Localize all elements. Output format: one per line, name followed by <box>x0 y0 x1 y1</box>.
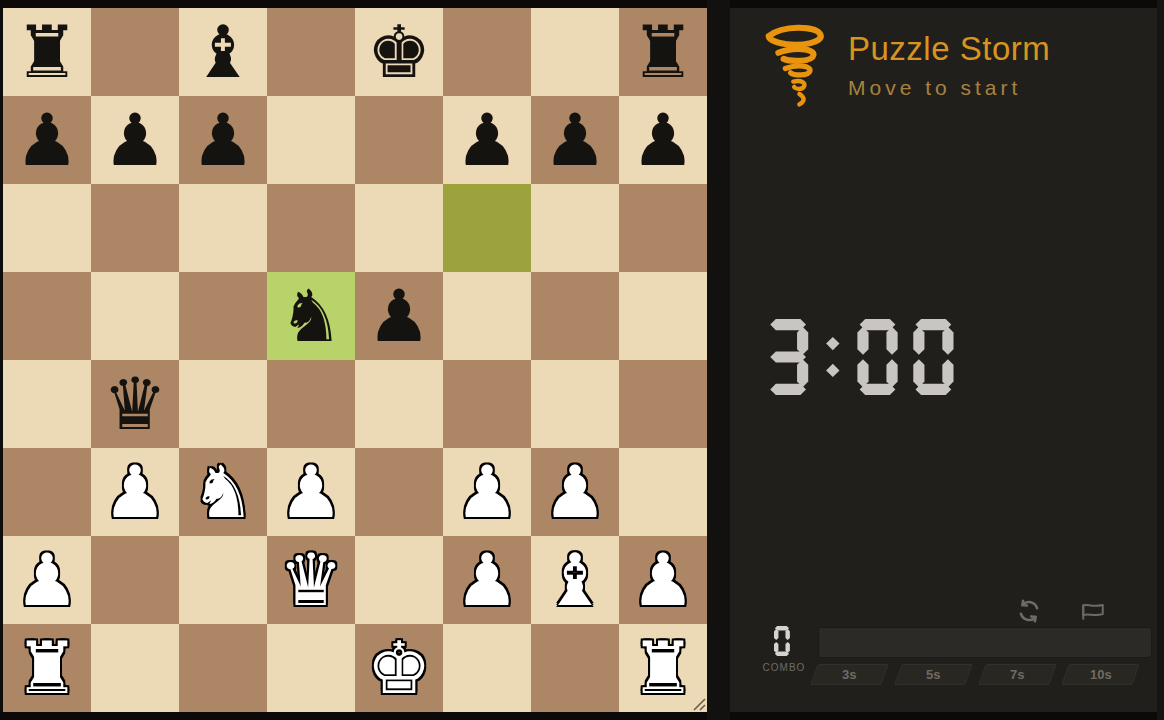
square-c3[interactable]: ♞ <box>179 448 267 536</box>
board-resize-handle[interactable] <box>693 698 706 711</box>
square-d5[interactable]: ♞ <box>267 272 355 360</box>
side-panel: Puzzle Storm Move to start COMBO 3s 5s 7… <box>730 8 1157 712</box>
piece-black-pawn[interactable]: ♟ <box>631 96 696 184</box>
piece-white-king[interactable]: ♚ <box>367 624 432 712</box>
flag-icon[interactable] <box>1080 599 1106 625</box>
square-b3[interactable]: ♟ <box>91 448 179 536</box>
square-e4[interactable] <box>355 360 443 448</box>
page-title: Puzzle Storm <box>848 30 1050 68</box>
square-a2[interactable]: ♟ <box>3 536 91 624</box>
square-e2[interactable] <box>355 536 443 624</box>
square-e1[interactable]: ♚ <box>355 624 443 712</box>
tornado-icon <box>760 22 830 108</box>
square-d6[interactable] <box>267 184 355 272</box>
square-c2[interactable] <box>179 536 267 624</box>
piece-white-pawn[interactable]: ♟ <box>631 536 696 624</box>
storm-header: Puzzle Storm Move to start <box>760 22 1050 108</box>
piece-black-pawn[interactable]: ♟ <box>191 96 256 184</box>
square-f1[interactable] <box>443 624 531 712</box>
piece-white-knight[interactable]: ♞ <box>191 448 256 536</box>
status-text: Move to start <box>848 76 1050 100</box>
square-c5[interactable] <box>179 272 267 360</box>
reload-icon[interactable] <box>1016 598 1042 624</box>
piece-white-pawn[interactable]: ♟ <box>543 448 608 536</box>
combo-counter <box>774 626 790 660</box>
square-g3[interactable]: ♟ <box>531 448 619 536</box>
piece-white-queen[interactable]: ♛ <box>279 536 344 624</box>
square-a7[interactable]: ♟ <box>3 96 91 184</box>
square-e3[interactable] <box>355 448 443 536</box>
top-letterbox <box>0 0 1164 8</box>
piece-black-rook[interactable]: ♜ <box>631 8 696 96</box>
square-a1[interactable]: ♜ <box>3 624 91 712</box>
square-f3[interactable]: ♟ <box>443 448 531 536</box>
square-g5[interactable] <box>531 272 619 360</box>
square-d4[interactable] <box>267 360 355 448</box>
chess-board-grid: ♜♝♚♜♟♟♟♟♟♟♞♟♛♟♞♟♟♟♟♛♟♝♟♜♚♜ <box>3 8 707 712</box>
bonus-3s: 3s <box>810 664 888 685</box>
chess-board: ♜♝♚♜♟♟♟♟♟♟♞♟♛♟♞♟♟♟♟♛♟♝♟♜♚♜ <box>3 8 707 712</box>
square-a6[interactable] <box>3 184 91 272</box>
piece-black-king[interactable]: ♚ <box>367 8 432 96</box>
square-h2[interactable]: ♟ <box>619 536 707 624</box>
square-b1[interactable] <box>91 624 179 712</box>
square-g2[interactable]: ♝ <box>531 536 619 624</box>
board-panel-gutter <box>707 0 730 720</box>
square-c6[interactable] <box>179 184 267 272</box>
square-c4[interactable] <box>179 360 267 448</box>
square-f4[interactable] <box>443 360 531 448</box>
piece-white-pawn[interactable]: ♟ <box>455 536 520 624</box>
square-f5[interactable] <box>443 272 531 360</box>
square-g6[interactable] <box>531 184 619 272</box>
bonus-10s: 10s <box>1061 664 1139 685</box>
piece-white-pawn[interactable]: ♟ <box>455 448 520 536</box>
puzzle-storm-screen: ♜♝♚♜♟♟♟♟♟♟♞♟♛♟♞♟♟♟♟♛♟♝♟♜♚♜ Puzzle Storm … <box>0 0 1164 720</box>
square-e8[interactable]: ♚ <box>355 8 443 96</box>
square-h6[interactable] <box>619 184 707 272</box>
bonus-7s: 7s <box>978 664 1056 685</box>
combo-label: COMBO <box>748 662 820 673</box>
piece-black-pawn[interactable]: ♟ <box>367 272 432 360</box>
square-c8[interactable]: ♝ <box>179 8 267 96</box>
square-b6[interactable] <box>91 184 179 272</box>
square-d1[interactable] <box>267 624 355 712</box>
piece-white-bishop[interactable]: ♝ <box>543 536 608 624</box>
piece-white-pawn[interactable]: ♟ <box>15 536 80 624</box>
right-edge-shade <box>1157 0 1164 720</box>
square-f2[interactable]: ♟ <box>443 536 531 624</box>
piece-black-knight[interactable]: ♞ <box>279 272 344 360</box>
square-h5[interactable] <box>619 272 707 360</box>
storm-header-text: Puzzle Storm Move to start <box>848 30 1050 100</box>
piece-black-rook[interactable]: ♜ <box>15 8 80 96</box>
square-f6[interactable] <box>443 184 531 272</box>
square-d8[interactable] <box>267 8 355 96</box>
piece-white-rook[interactable]: ♜ <box>15 624 80 712</box>
piece-white-pawn[interactable]: ♟ <box>103 448 168 536</box>
run-controls <box>730 594 1120 622</box>
piece-black-pawn[interactable]: ♟ <box>455 96 520 184</box>
piece-black-pawn[interactable]: ♟ <box>15 96 80 184</box>
combo-progress-bar <box>818 627 1152 658</box>
square-d7[interactable] <box>267 96 355 184</box>
square-a4[interactable] <box>3 360 91 448</box>
square-a5[interactable] <box>3 272 91 360</box>
piece-black-queen[interactable]: ♛ <box>103 360 168 448</box>
square-g7[interactable]: ♟ <box>531 96 619 184</box>
square-c7[interactable]: ♟ <box>179 96 267 184</box>
piece-black-bishop[interactable]: ♝ <box>191 8 256 96</box>
square-g1[interactable] <box>531 624 619 712</box>
square-d2[interactable]: ♛ <box>267 536 355 624</box>
square-a3[interactable] <box>3 448 91 536</box>
square-e7[interactable] <box>355 96 443 184</box>
bonus-5s: 5s <box>894 664 972 685</box>
square-b5[interactable] <box>91 272 179 360</box>
time-bonus-row: 3s 5s 7s 10s <box>814 664 1136 685</box>
square-b7[interactable]: ♟ <box>91 96 179 184</box>
square-h3[interactable] <box>619 448 707 536</box>
storm-clock <box>768 319 954 399</box>
piece-black-pawn[interactable]: ♟ <box>103 96 168 184</box>
piece-white-rook[interactable]: ♜ <box>631 624 696 712</box>
square-g4[interactable] <box>531 360 619 448</box>
square-e6[interactable] <box>355 184 443 272</box>
square-d3[interactable]: ♟ <box>267 448 355 536</box>
piece-black-pawn[interactable]: ♟ <box>543 96 608 184</box>
square-g8[interactable] <box>531 8 619 96</box>
square-f8[interactable] <box>443 8 531 96</box>
square-b2[interactable] <box>91 536 179 624</box>
square-h8[interactable]: ♜ <box>619 8 707 96</box>
piece-white-pawn[interactable]: ♟ <box>279 448 344 536</box>
bottom-letterbox <box>0 712 1164 720</box>
square-f7[interactable]: ♟ <box>443 96 531 184</box>
square-h7[interactable]: ♟ <box>619 96 707 184</box>
square-h4[interactable] <box>619 360 707 448</box>
square-c1[interactable] <box>179 624 267 712</box>
square-b8[interactable] <box>91 8 179 96</box>
square-e5[interactable]: ♟ <box>355 272 443 360</box>
square-b4[interactable]: ♛ <box>91 360 179 448</box>
square-a8[interactable]: ♜ <box>3 8 91 96</box>
